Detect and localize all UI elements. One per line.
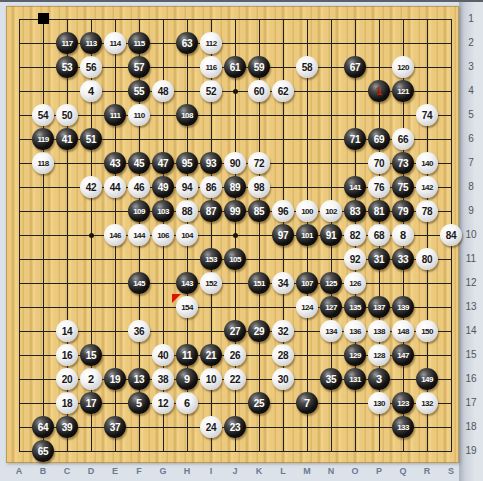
column-label-C: C [59,466,75,476]
stone-12-G17[interactable]: 12 [152,392,174,414]
column-label-F: F [131,466,147,476]
stone-100-M9[interactable]: 100 [296,200,318,222]
stone-1-P4[interactable]: 1 [368,80,390,102]
column-label-P: P [371,466,387,476]
stone-3-P16[interactable]: 3 [368,368,390,390]
stone-150-R14[interactable]: 150 [416,320,438,342]
stone-5-F17[interactable]: 5 [128,392,150,414]
stone-106-G10[interactable]: 106 [152,224,174,246]
stone-141-O8[interactable]: 141 [344,176,366,198]
stone-52-I4[interactable]: 52 [200,80,222,102]
stone-147-Q15[interactable]: 147 [392,344,414,366]
stone-149-R16[interactable]: 149 [416,368,438,390]
stone-91-N10[interactable]: 91 [320,224,342,246]
stone-13-F16[interactable]: 13 [128,368,150,390]
stone-8-Q10[interactable]: 8 [392,224,414,246]
stone-4-D4[interactable]: 4 [80,80,102,102]
stone-22-J16[interactable]: 22 [224,368,246,390]
stone-16-C15[interactable]: 16 [56,344,78,366]
stone-129-O15[interactable]: 129 [344,344,366,366]
square-marker-B1 [38,13,49,24]
stone-15-D15[interactable]: 15 [80,344,102,366]
stone-49-G8[interactable]: 49 [152,176,174,198]
stone-97-L10[interactable]: 97 [272,224,294,246]
stone-85-K9[interactable]: 85 [248,200,270,222]
row-label-3: 3 [461,61,481,72]
stone-64-B18[interactable]: 64 [32,416,54,438]
stone-75-Q8[interactable]: 75 [392,176,414,198]
stone-70-P7[interactable]: 70 [368,152,390,174]
stone-111-E5[interactable]: 111 [104,104,126,126]
stone-34-L12[interactable]: 34 [272,272,294,294]
stone-57-F3[interactable]: 57 [128,56,150,78]
stone-134-N14[interactable]: 134 [320,320,342,342]
stone-104-H10[interactable]: 104 [176,224,198,246]
stone-36-F14[interactable]: 36 [128,320,150,342]
column-label-H: H [179,466,195,476]
stone-56-D3[interactable]: 56 [80,56,102,78]
stone-48-G4[interactable]: 48 [152,80,174,102]
row-label-12: 12 [461,277,481,288]
stone-89-J8[interactable]: 89 [224,176,246,198]
stone-32-L14[interactable]: 32 [272,320,294,342]
stone-99-J9[interactable]: 99 [224,200,246,222]
row-label-4: 4 [461,85,481,96]
stone-144-F10[interactable]: 144 [128,224,150,246]
stone-80-R11[interactable]: 80 [416,248,438,270]
stone-55-F4[interactable]: 55 [128,80,150,102]
stone-108-H5[interactable]: 108 [176,104,198,126]
stone-53-C3[interactable]: 53 [56,56,78,78]
stone-71-O6[interactable]: 71 [344,128,366,150]
star-point [89,233,94,238]
stone-95-H7[interactable]: 95 [176,152,198,174]
stone-93-I7[interactable]: 93 [200,152,222,174]
stone-114-E2[interactable]: 114 [104,32,126,54]
stone-30-L16[interactable]: 30 [272,368,294,390]
stone-132-R17[interactable]: 132 [416,392,438,414]
column-label-I: I [203,466,219,476]
stone-151-K12[interactable]: 151 [248,272,270,294]
stone-50-C5[interactable]: 50 [56,104,78,126]
stone-11-H15[interactable]: 11 [176,344,198,366]
stone-137-P13[interactable]: 137 [368,296,390,318]
stone-124-M13[interactable]: 124 [296,296,318,318]
star-point [233,233,238,238]
column-label-L: L [275,466,291,476]
stone-28-L15[interactable]: 28 [272,344,294,366]
stone-54-B5[interactable]: 54 [32,104,54,126]
stone-14-C14[interactable]: 14 [56,320,78,342]
row-label-18: 18 [461,421,481,432]
row-label-1: 1 [461,13,481,24]
column-label-S: S [443,466,459,476]
stone-87-I9[interactable]: 87 [200,200,222,222]
stone-60-K4[interactable]: 60 [248,80,270,102]
stone-59-K3[interactable]: 59 [248,56,270,78]
stone-152-I12[interactable]: 152 [200,272,222,294]
stone-21-I15[interactable]: 21 [200,344,222,366]
grid-line-horizontal [19,283,452,284]
row-label-7: 7 [461,157,481,168]
row-label-14: 14 [461,325,481,336]
stone-117-C2[interactable]: 117 [56,32,78,54]
stone-42-D8[interactable]: 42 [80,176,102,198]
stone-17-D17[interactable]: 17 [80,392,102,414]
column-label-O: O [347,466,363,476]
stone-82-O10[interactable]: 82 [344,224,366,246]
stone-142-R8[interactable]: 142 [416,176,438,198]
stone-128-P15[interactable]: 128 [368,344,390,366]
stone-107-M12[interactable]: 107 [296,272,318,294]
stone-81-P9[interactable]: 81 [368,200,390,222]
stone-145-F12[interactable]: 145 [128,272,150,294]
stone-86-I8[interactable]: 86 [200,176,222,198]
stone-33-Q11[interactable]: 33 [392,248,414,270]
stone-58-M3[interactable]: 58 [296,56,318,78]
stone-121-Q4[interactable]: 121 [392,80,414,102]
stone-116-I3[interactable]: 116 [200,56,222,78]
stone-119-B6[interactable]: 119 [32,128,54,150]
stone-131-O16[interactable]: 131 [344,368,366,390]
stone-23-J18[interactable]: 23 [224,416,246,438]
stone-127-N13[interactable]: 127 [320,296,342,318]
stone-83-O9[interactable]: 83 [344,200,366,222]
stone-41-C6[interactable]: 41 [56,128,78,150]
stone-102-N9[interactable]: 102 [320,200,342,222]
column-label-A: A [11,466,27,476]
stone-69-P6[interactable]: 69 [368,128,390,150]
stone-136-O14[interactable]: 136 [344,320,366,342]
stone-90-J7[interactable]: 90 [224,152,246,174]
column-label-Q: Q [395,466,411,476]
stone-140-R7[interactable]: 140 [416,152,438,174]
last-move-marker [172,294,181,303]
stone-79-Q9[interactable]: 79 [392,200,414,222]
column-label-K: K [251,466,267,476]
star-point [233,89,238,94]
row-label-11: 11 [461,253,481,264]
grid-line-horizontal [19,451,452,452]
stone-138-P14[interactable]: 138 [368,320,390,342]
stone-143-H12[interactable]: 143 [176,272,198,294]
stone-35-N16[interactable]: 35 [320,368,342,390]
stone-120-Q3[interactable]: 120 [392,56,414,78]
stone-66-Q6[interactable]: 66 [392,128,414,150]
stone-51-D6[interactable]: 51 [80,128,102,150]
stone-44-E8[interactable]: 44 [104,176,126,198]
column-label-E: E [107,466,123,476]
stone-73-Q7[interactable]: 73 [392,152,414,174]
stone-26-J15[interactable]: 26 [224,344,246,366]
stone-61-J3[interactable]: 61 [224,56,246,78]
stone-24-I18[interactable]: 24 [200,416,222,438]
stone-135-O13[interactable]: 135 [344,296,366,318]
column-label-B: B [35,466,51,476]
row-label-17: 17 [461,397,481,408]
column-label-J: J [227,466,243,476]
stone-110-F5[interactable]: 110 [128,104,150,126]
stone-68-P10[interactable]: 68 [368,224,390,246]
stone-25-K17[interactable]: 25 [248,392,270,414]
stone-9-H16[interactable]: 9 [176,368,198,390]
stone-126-O12[interactable]: 126 [344,272,366,294]
row-label-8: 8 [461,181,481,192]
stone-37-E18[interactable]: 37 [104,416,126,438]
stone-31-P11[interactable]: 31 [368,248,390,270]
stone-65-B19[interactable]: 65 [32,440,54,462]
stone-40-G15[interactable]: 40 [152,344,174,366]
row-label-10: 10 [461,229,481,240]
stone-125-N12[interactable]: 125 [320,272,342,294]
stone-7-M17[interactable]: 7 [296,392,318,414]
stone-10-I16[interactable]: 10 [200,368,222,390]
stone-101-M10[interactable]: 101 [296,224,318,246]
stone-18-C17[interactable]: 18 [56,392,78,414]
stone-39-C18[interactable]: 39 [56,416,78,438]
stone-96-L9[interactable]: 96 [272,200,294,222]
stone-6-H17[interactable]: 6 [176,392,198,414]
column-label-N: N [323,466,339,476]
column-label-M: M [299,466,315,476]
stone-46-F8[interactable]: 46 [128,176,150,198]
stone-29-K14[interactable]: 29 [248,320,270,342]
stone-139-Q13[interactable]: 139 [392,296,414,318]
stone-74-R5[interactable]: 74 [416,104,438,126]
stone-112-I2[interactable]: 112 [200,32,222,54]
stone-84-S10[interactable]: 84 [440,224,462,246]
stone-113-D2[interactable]: 113 [80,32,102,54]
stone-76-P8[interactable]: 76 [368,176,390,198]
stone-153-I11[interactable]: 153 [200,248,222,270]
stone-19-E16[interactable]: 19 [104,368,126,390]
row-label-6: 6 [461,133,481,144]
stone-72-K7[interactable]: 72 [248,152,270,174]
stone-2-D16[interactable]: 2 [80,368,102,390]
stone-43-E7[interactable]: 43 [104,152,126,174]
stone-20-C16[interactable]: 20 [56,368,78,390]
stone-45-F7[interactable]: 45 [128,152,150,174]
stone-148-Q14[interactable]: 148 [392,320,414,342]
stone-78-R9[interactable]: 78 [416,200,438,222]
stone-105-J11[interactable]: 105 [224,248,246,270]
row-label-15: 15 [461,349,481,360]
stone-62-L4[interactable]: 62 [272,80,294,102]
stone-27-J14[interactable]: 27 [224,320,246,342]
column-label-D: D [83,466,99,476]
stone-38-G16[interactable]: 38 [152,368,174,390]
row-label-5: 5 [461,109,481,120]
row-label-16: 16 [461,373,481,384]
stone-94-H8[interactable]: 94 [176,176,198,198]
stone-118-B7[interactable]: 118 [32,152,54,174]
stone-123-Q17[interactable]: 123 [392,392,414,414]
row-label-9: 9 [461,205,481,216]
column-label-G: G [155,466,171,476]
stone-130-P17[interactable]: 130 [368,392,390,414]
stone-88-H9[interactable]: 88 [176,200,198,222]
row-label-2: 2 [461,37,481,48]
stone-146-E10[interactable]: 146 [104,224,126,246]
goban[interactable]: ABCDEFGHIJKLMNOPQRS123456789101112131415… [0,0,483,481]
row-label-19: 19 [461,445,481,456]
stone-67-O3[interactable]: 67 [344,56,366,78]
stone-109-F9[interactable]: 109 [128,200,150,222]
row-label-13: 13 [461,301,481,312]
window-top-edge [0,0,483,2]
stone-98-K8[interactable]: 98 [248,176,270,198]
stone-47-G7[interactable]: 47 [152,152,174,174]
go-kifu-viewer: ABCDEFGHIJKLMNOPQRS123456789101112131415… [0,0,483,481]
stone-133-Q18[interactable]: 133 [392,416,414,438]
stone-103-G9[interactable]: 103 [152,200,174,222]
stone-92-O11[interactable]: 92 [344,248,366,270]
column-label-R: R [419,466,435,476]
stone-63-H2[interactable]: 63 [176,32,198,54]
stone-115-F2[interactable]: 115 [128,32,150,54]
